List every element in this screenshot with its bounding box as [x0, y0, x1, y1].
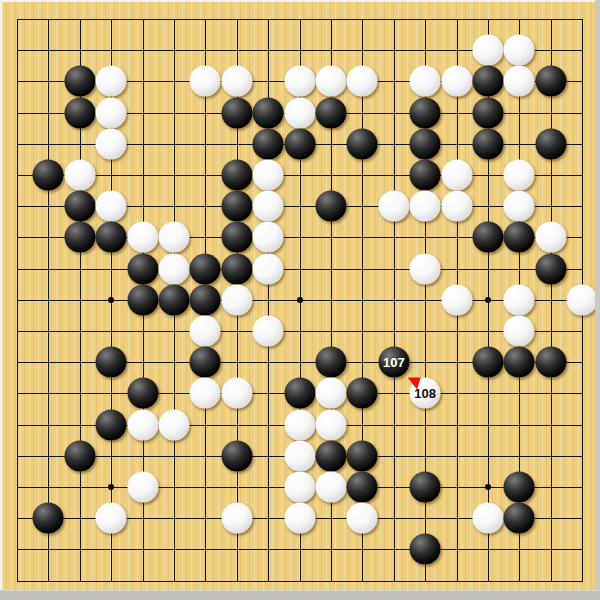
black-stone [96, 347, 127, 378]
white-stone [504, 160, 535, 191]
black-stone [221, 440, 252, 471]
black-stone [190, 253, 221, 284]
black-stone [284, 378, 315, 409]
white-stone [316, 472, 347, 503]
white-stone [473, 503, 504, 534]
white-stone [284, 66, 315, 97]
white-stone [504, 191, 535, 222]
black-stone [64, 191, 95, 222]
white-stone [96, 503, 127, 534]
black-stone [316, 440, 347, 471]
white-stone [159, 409, 190, 440]
white-stone [159, 253, 190, 284]
black-stone [316, 191, 347, 222]
black-stone [504, 347, 535, 378]
grid-line-vertical [394, 19, 395, 582]
white-stone [253, 222, 284, 253]
white-stone [410, 253, 441, 284]
white-stone [567, 284, 598, 315]
white-stone [96, 191, 127, 222]
white-stone [190, 316, 221, 347]
black-stone [221, 222, 252, 253]
black-stone [64, 66, 95, 97]
black-stone [33, 503, 64, 534]
white-stone [253, 253, 284, 284]
white-stone [190, 66, 221, 97]
board-frame-bottom [0, 590, 600, 600]
black-stone [64, 97, 95, 128]
black-stone [221, 191, 252, 222]
white-stone [347, 66, 378, 97]
screenshot-root: 107108 [0, 0, 600, 600]
white-stone [535, 222, 566, 253]
white-stone [284, 97, 315, 128]
black-stone [96, 222, 127, 253]
black-stone [473, 66, 504, 97]
white-stone [284, 440, 315, 471]
black-stone [410, 472, 441, 503]
grid-line-horizontal [17, 581, 583, 582]
white-stone [316, 66, 347, 97]
black-stone [504, 503, 535, 534]
white-stone [441, 191, 472, 222]
white-stone [190, 378, 221, 409]
white-stone [253, 316, 284, 347]
black-stone [33, 160, 64, 191]
black-stone [221, 97, 252, 128]
white-stone [504, 316, 535, 347]
black-stone [127, 284, 158, 315]
white-stone [504, 66, 535, 97]
black-stone [535, 66, 566, 97]
black-stone [316, 97, 347, 128]
white-stone [96, 128, 127, 159]
black-stone [410, 128, 441, 159]
black-stone [535, 128, 566, 159]
star-point [108, 484, 114, 490]
white-stone [284, 472, 315, 503]
white-stone [473, 35, 504, 66]
white-stone [410, 66, 441, 97]
grid-line-vertical [551, 19, 552, 582]
white-stone [441, 284, 472, 315]
black-stone [96, 409, 127, 440]
black-stone [410, 160, 441, 191]
black-stone [284, 128, 315, 159]
white-stone [96, 66, 127, 97]
black-stone [473, 128, 504, 159]
white-stone [127, 222, 158, 253]
white-stone [127, 472, 158, 503]
white-stone [316, 409, 347, 440]
black-stone [473, 97, 504, 128]
black-stone [64, 440, 95, 471]
white-stone [64, 160, 95, 191]
white-stone [316, 378, 347, 409]
white-stone [378, 191, 409, 222]
black-stone [347, 440, 378, 471]
black-stone [127, 378, 158, 409]
black-stone [473, 347, 504, 378]
black-stone [316, 347, 347, 378]
white-stone [504, 284, 535, 315]
white-stone [410, 191, 441, 222]
black-stone [159, 284, 190, 315]
white-stone [284, 503, 315, 534]
black-stone [190, 284, 221, 315]
white-stone [159, 222, 190, 253]
grid-line-horizontal [17, 331, 583, 332]
white-stone [221, 66, 252, 97]
white-stone [127, 409, 158, 440]
black-stone [253, 128, 284, 159]
white-stone [96, 97, 127, 128]
white-stone [221, 378, 252, 409]
grid-line-horizontal [17, 549, 583, 550]
star-point [108, 297, 114, 303]
star-point [485, 297, 491, 303]
black-stone [190, 347, 221, 378]
black-stone [347, 128, 378, 159]
black-stone [127, 253, 158, 284]
white-stone [253, 191, 284, 222]
go-board[interactable]: 107108 [2, 2, 595, 591]
black-stone: 107 [378, 347, 409, 378]
star-point [485, 484, 491, 490]
star-point [297, 297, 303, 303]
board-frame-right [595, 0, 600, 600]
black-stone [64, 222, 95, 253]
black-stone [253, 97, 284, 128]
black-stone [504, 222, 535, 253]
move-number-label: 107 [383, 356, 405, 369]
white-stone [441, 66, 472, 97]
white-stone [221, 503, 252, 534]
black-stone [504, 472, 535, 503]
black-stone [410, 534, 441, 565]
black-stone [347, 472, 378, 503]
black-stone [535, 253, 566, 284]
black-stone [221, 160, 252, 191]
white-stone [284, 409, 315, 440]
white-stone [253, 160, 284, 191]
white-stone [221, 284, 252, 315]
black-stone [535, 347, 566, 378]
black-stone [221, 253, 252, 284]
white-stone [441, 160, 472, 191]
black-stone [473, 222, 504, 253]
white-stone [347, 503, 378, 534]
white-stone [504, 35, 535, 66]
black-stone [410, 97, 441, 128]
black-stone [347, 378, 378, 409]
move-number-label: 108 [414, 387, 436, 400]
